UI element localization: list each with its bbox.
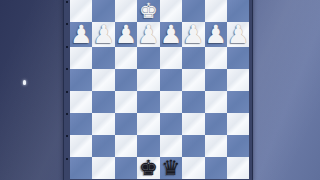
square-g1[interactable] xyxy=(92,0,114,22)
square-g4[interactable] xyxy=(92,69,114,91)
white-king: ♚ xyxy=(139,1,158,22)
black-queen: ♛ xyxy=(161,158,180,179)
square-b2[interactable]: ♟ xyxy=(205,22,227,47)
square-b6[interactable] xyxy=(205,113,227,135)
square-d6[interactable] xyxy=(160,113,182,135)
square-e2[interactable]: ♟ xyxy=(137,22,159,47)
square-f5[interactable] xyxy=(115,91,137,113)
square-b3[interactable] xyxy=(205,47,227,69)
square-a5[interactable] xyxy=(227,91,249,113)
square-f3[interactable] xyxy=(115,47,137,69)
square-h3[interactable] xyxy=(70,47,92,69)
square-h4[interactable] xyxy=(70,69,92,91)
square-e7[interactable] xyxy=(137,135,159,157)
chess-board: ♚♟♟♟♟♟♟♟♟♚♛ xyxy=(70,0,246,179)
square-b1[interactable] xyxy=(205,0,227,22)
square-h7[interactable] xyxy=(70,135,92,157)
square-d2[interactable]: ♟ xyxy=(160,22,182,47)
white-pawn: ♟ xyxy=(205,22,227,47)
square-a3[interactable] xyxy=(227,47,249,69)
black-king: ♚ xyxy=(139,158,158,179)
square-e8[interactable]: ♚ xyxy=(137,157,159,179)
white-pawn: ♟ xyxy=(92,22,114,47)
mouse-cursor[interactable] xyxy=(23,80,26,85)
white-pawn: ♟ xyxy=(137,22,159,47)
square-a1[interactable] xyxy=(227,0,249,22)
square-c8[interactable] xyxy=(182,157,204,179)
square-e1[interactable]: ♚ xyxy=(137,0,159,22)
square-f1[interactable] xyxy=(115,0,137,22)
square-b5[interactable] xyxy=(205,91,227,113)
square-b4[interactable] xyxy=(205,69,227,91)
square-d4[interactable] xyxy=(160,69,182,91)
square-a8[interactable] xyxy=(227,157,249,179)
square-h1[interactable] xyxy=(70,0,92,22)
square-f6[interactable] xyxy=(115,113,137,135)
square-f8[interactable] xyxy=(115,157,137,179)
square-c5[interactable] xyxy=(182,91,204,113)
square-a7[interactable] xyxy=(227,135,249,157)
square-f2[interactable]: ♟ xyxy=(115,22,137,47)
square-f4[interactable] xyxy=(115,69,137,91)
square-a2[interactable]: ♟ xyxy=(227,22,249,47)
square-h6[interactable] xyxy=(70,113,92,135)
square-c1[interactable] xyxy=(182,0,204,22)
square-b7[interactable] xyxy=(205,135,227,157)
square-d7[interactable] xyxy=(160,135,182,157)
square-c7[interactable] xyxy=(182,135,204,157)
square-h8[interactable] xyxy=(70,157,92,179)
white-pawn: ♟ xyxy=(182,22,204,47)
square-g8[interactable] xyxy=(92,157,114,179)
white-pawn: ♟ xyxy=(70,22,92,47)
square-e3[interactable] xyxy=(137,47,159,69)
square-e5[interactable] xyxy=(137,91,159,113)
square-g7[interactable] xyxy=(92,135,114,157)
square-h2[interactable]: ♟ xyxy=(70,22,92,47)
square-c3[interactable] xyxy=(182,47,204,69)
square-g6[interactable] xyxy=(92,113,114,135)
white-pawn: ♟ xyxy=(227,22,249,47)
square-d1[interactable] xyxy=(160,0,182,22)
white-pawn: ♟ xyxy=(160,22,182,47)
square-b8[interactable] xyxy=(205,157,227,179)
square-f7[interactable] xyxy=(115,135,137,157)
square-a4[interactable] xyxy=(227,69,249,91)
square-g2[interactable]: ♟ xyxy=(92,22,114,47)
square-h5[interactable] xyxy=(70,91,92,113)
square-e6[interactable] xyxy=(137,113,159,135)
square-d8[interactable]: ♛ xyxy=(160,157,182,179)
square-g3[interactable] xyxy=(92,47,114,69)
square-d5[interactable] xyxy=(160,91,182,113)
square-c6[interactable] xyxy=(182,113,204,135)
square-e4[interactable] xyxy=(137,69,159,91)
square-a6[interactable] xyxy=(227,113,249,135)
video-frame-background: ♚♟♟♟♟♟♟♟♟♚♛ xyxy=(0,0,320,180)
square-c4[interactable] xyxy=(182,69,204,91)
square-c2[interactable]: ♟ xyxy=(182,22,204,47)
square-g5[interactable] xyxy=(92,91,114,113)
square-d3[interactable] xyxy=(160,47,182,69)
white-pawn: ♟ xyxy=(115,22,137,47)
chess-board-frame: ♚♟♟♟♟♟♟♟♟♚♛ xyxy=(63,0,253,180)
